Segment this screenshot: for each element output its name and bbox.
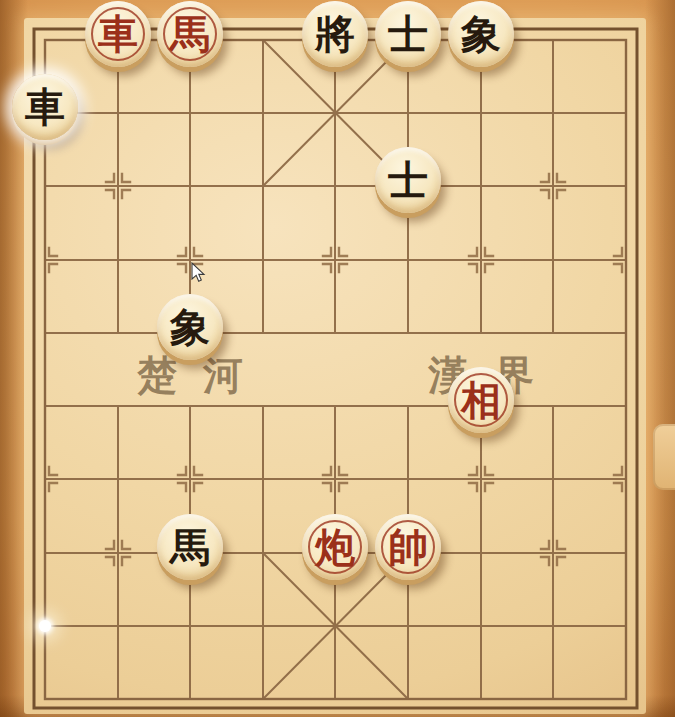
- piece-glyph: 車: [98, 14, 138, 54]
- piece-glyph: 車: [25, 87, 65, 127]
- piece-glyph: 象: [461, 14, 501, 54]
- piece-glyph: 士: [388, 14, 428, 54]
- piece-black-chariot[interactable]: 車: [12, 74, 78, 140]
- piece-red-chariot[interactable]: 車: [85, 1, 151, 67]
- board-grid: [0, 0, 675, 717]
- piece-glyph: 炮: [315, 527, 355, 567]
- piece-glyph: 馬: [170, 527, 210, 567]
- piece-red-general[interactable]: 帥: [375, 514, 441, 580]
- piece-black-advisor[interactable]: 士: [375, 147, 441, 213]
- piece-red-elephant[interactable]: 相: [448, 367, 514, 433]
- piece-glyph: 將: [315, 14, 355, 54]
- piece-glyph: 士: [388, 160, 428, 200]
- piece-black-advisor[interactable]: 士: [375, 1, 441, 67]
- piece-glyph: 相: [461, 380, 501, 420]
- move-origin-marker: [39, 620, 51, 632]
- piece-black-elephant[interactable]: 象: [448, 1, 514, 67]
- piece-black-general[interactable]: 將: [302, 1, 368, 67]
- piece-black-elephant[interactable]: 象: [157, 294, 223, 360]
- mouse-cursor-icon: [190, 262, 208, 284]
- piece-red-horse[interactable]: 馬: [157, 1, 223, 67]
- right-edge-panel-fragment: [653, 424, 675, 490]
- piece-glyph: 馬: [170, 14, 210, 54]
- piece-glyph: 象: [170, 307, 210, 347]
- piece-red-cannon[interactable]: 炮: [302, 514, 368, 580]
- piece-black-horse[interactable]: 馬: [157, 514, 223, 580]
- game-screen: 楚河 漢界 車馬將士象車士象相馬炮帥: [0, 0, 675, 717]
- piece-glyph: 帥: [388, 527, 428, 567]
